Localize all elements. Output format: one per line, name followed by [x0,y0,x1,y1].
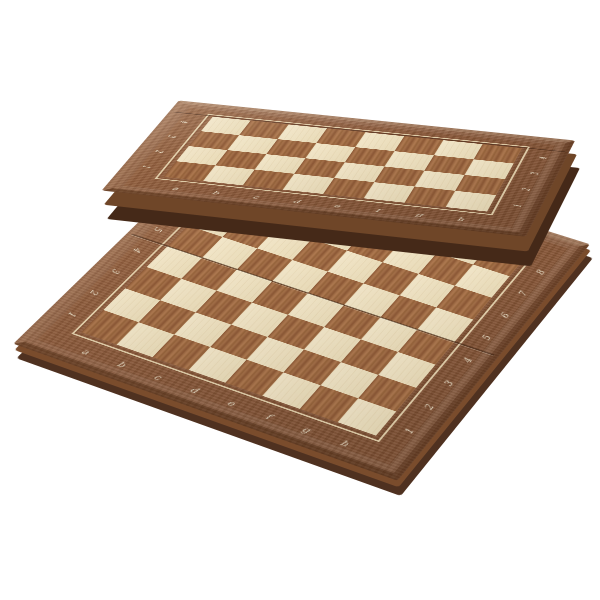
file-label-h: h [322,433,367,454]
rank-label-right-5: 5 [466,330,507,346]
rank-label-left-1: 1 [127,163,168,170]
rank-label-right-2: 2 [503,186,545,193]
file-label-g: g [284,419,329,440]
rank-label-left-1: 1 [53,306,92,322]
file-label-h: h [439,214,483,223]
file-label-d: d [274,197,318,206]
rank-label-right-4: 4 [521,155,562,162]
rank-label-left-3: 3 [97,263,135,278]
file-label-a: a [64,342,107,362]
folded-chessboard: abcdefgh 4321 4321 [131,42,555,288]
rank-label-right-3: 3 [427,375,468,392]
file-label-g: g [397,210,441,219]
file-label-b: b [194,188,238,197]
rank-label-right-1: 1 [388,423,430,441]
rank-label-right-2: 2 [408,399,450,416]
file-label-f: f [356,205,400,214]
rank-label-left-3: 3 [152,133,192,139]
rank-label-right-6: 6 [484,308,524,324]
rank-label-left-4: 4 [165,119,205,125]
file-label-c: c [136,367,179,387]
rank-label-right-3: 3 [512,170,554,177]
rank-label-left-2: 2 [140,148,181,155]
rank-label-right-7: 7 [502,286,542,302]
rank-label-right-1: 1 [494,202,537,209]
file-label-d: d [172,380,216,400]
file-label-f: f [246,406,290,427]
file-label-c: c [234,192,278,201]
rank-label-left-2: 2 [75,284,113,300]
file-label-e: e [315,201,359,210]
file-label-b: b [100,354,143,374]
product-photo-scene: abcdefgh 87654321 87654321 abcdefgh 4321… [0,0,600,600]
file-label-e: e [209,393,253,414]
file-label-a: a [154,184,198,193]
rank-label-right-4: 4 [447,352,488,369]
